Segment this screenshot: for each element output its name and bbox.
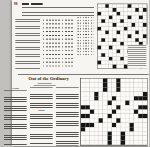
answer-blank-row	[43, 23, 74, 24]
answer-blank-row	[43, 66, 74, 67]
word-list-line	[128, 53, 146, 54]
top-puzzle-clue-list	[15, 19, 40, 69]
bottom-puzzle-byline	[38, 83, 52, 84]
across-clues-text-continued	[30, 87, 53, 108]
answer-blank-row	[43, 43, 74, 44]
bottom-puzzle-answer-note	[34, 85, 56, 86]
side-answer-row	[77, 40, 93, 41]
top-puzzle-word-list	[128, 45, 149, 69]
bottom-puzzle-grid	[80, 78, 148, 146]
answer-blank-row	[43, 54, 74, 55]
word-list-line	[128, 55, 146, 56]
side-answer-row	[77, 20, 93, 21]
across-clues-text	[4, 90, 27, 145]
word-list-line	[128, 59, 146, 60]
down-clues-text	[30, 112, 53, 145]
word-list-line	[128, 51, 146, 52]
side-answer-row	[77, 26, 93, 27]
word-list-line	[128, 57, 146, 58]
side-answer-row	[77, 31, 93, 32]
top-puzzle-title	[22, 3, 43, 5]
word-list-line	[128, 61, 146, 62]
grid-cell	[143, 141, 147, 145]
side-answer-row	[77, 37, 93, 38]
side-answer-row	[77, 48, 93, 49]
word-list-line	[128, 65, 146, 66]
bottom-puzzle-title: Out of the Ordinary	[28, 76, 69, 81]
answer-blank-row	[43, 31, 74, 32]
word-list-line	[128, 47, 146, 48]
top-puzzle-answer-blanks	[43, 20, 74, 70]
answer-blank-row	[43, 39, 74, 40]
answer-blank-row	[43, 58, 74, 59]
answer-blank-row	[43, 20, 74, 21]
down-clues-text-continued	[56, 87, 79, 145]
scanned-puzzle-book-page: 98 Out of the Ordinary Across Down	[0, 0, 150, 147]
answer-blank-row	[43, 27, 74, 28]
word-list-line	[128, 45, 146, 46]
side-answer-row	[77, 43, 93, 44]
section-divider-rule	[18, 74, 149, 75]
clue-column-1: Across	[4, 87, 27, 145]
page-number: 98	[14, 2, 17, 6]
side-answer-row	[77, 34, 93, 35]
answer-blank-row	[43, 62, 74, 63]
answer-blank-row	[43, 50, 74, 51]
word-list-line	[128, 49, 146, 50]
word-list-line	[128, 63, 146, 64]
side-answer-row	[77, 28, 93, 29]
clue-column-3	[56, 87, 79, 145]
side-answer-row	[77, 51, 93, 52]
side-answer-row	[77, 17, 93, 18]
side-answer-row	[77, 23, 93, 24]
clue-column-2: Down	[30, 87, 53, 145]
answer-blank-row	[43, 35, 74, 36]
side-answer-row	[77, 46, 93, 47]
top-puzzle-side-answer-list	[77, 17, 96, 58]
side-answer-row	[77, 54, 93, 55]
answer-blank-row	[43, 46, 74, 47]
